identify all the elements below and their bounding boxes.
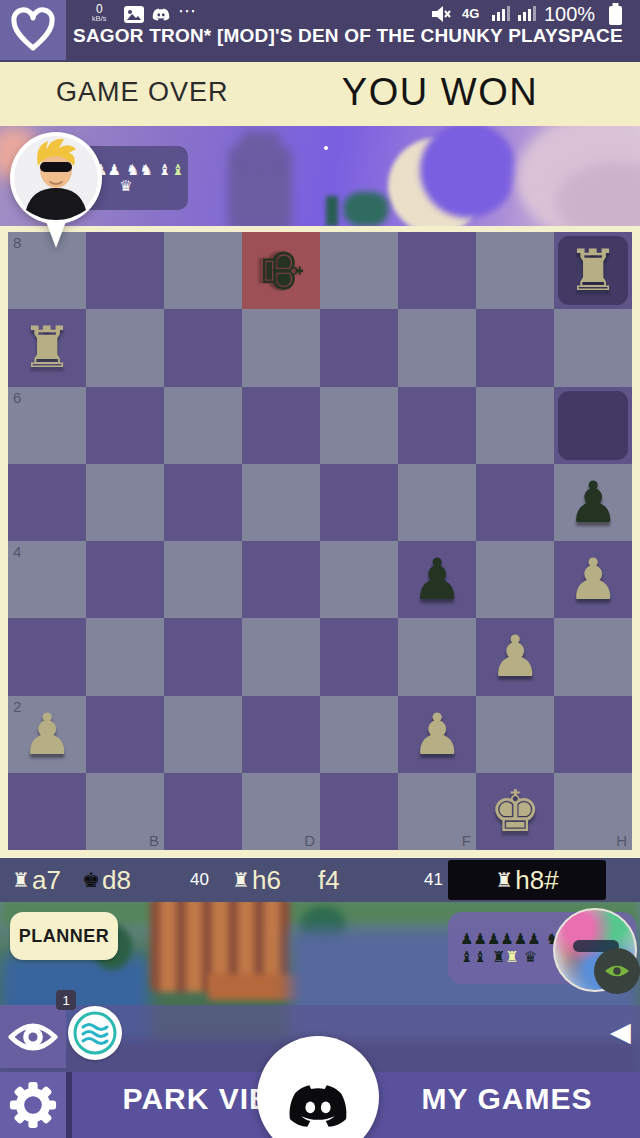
move-text: 40 bbox=[190, 870, 209, 890]
captured-piece: ♟ bbox=[108, 163, 121, 178]
captured-pieces-row: ♛ bbox=[119, 179, 132, 194]
settings-button[interactable] bbox=[0, 1072, 66, 1138]
captured-piece: ♝ bbox=[460, 950, 473, 965]
captured-piece: ♟ bbox=[527, 932, 540, 947]
move-entry[interactable]: ♜h8# bbox=[495, 858, 558, 902]
move-number[interactable]: 41 bbox=[424, 858, 443, 902]
square-c8[interactable] bbox=[164, 232, 242, 309]
castle-tower-top bbox=[240, 132, 280, 162]
square-g2[interactable] bbox=[476, 696, 554, 773]
captured-piece: ♛ bbox=[524, 950, 537, 965]
square-e7[interactable] bbox=[320, 309, 398, 386]
captured-piece: ♟ bbox=[500, 932, 513, 947]
white-pawn: ♟ bbox=[398, 696, 476, 773]
rank-label: 6 bbox=[13, 389, 21, 406]
square-d5[interactable] bbox=[242, 464, 320, 541]
square-g5[interactable] bbox=[476, 464, 554, 541]
square-c4[interactable] bbox=[164, 541, 242, 618]
notification-badge: 1 bbox=[56, 990, 76, 1010]
square-e2[interactable] bbox=[320, 696, 398, 773]
square-h3[interactable] bbox=[554, 618, 632, 695]
square-b2[interactable] bbox=[86, 696, 164, 773]
move-text: h6 bbox=[252, 865, 281, 896]
square-g8[interactable] bbox=[476, 232, 554, 309]
square-f6[interactable] bbox=[398, 387, 476, 464]
square-a6[interactable]: 6 bbox=[8, 387, 86, 464]
square-c2[interactable] bbox=[164, 696, 242, 773]
move-entry[interactable]: ♜a7 bbox=[12, 858, 61, 902]
square-g1[interactable]: ♚ bbox=[476, 773, 554, 850]
square-h6[interactable] bbox=[554, 387, 632, 464]
black-piece-icon: ♚ bbox=[82, 868, 100, 892]
square-d4[interactable] bbox=[242, 541, 320, 618]
black-pawn: ♟ bbox=[398, 541, 476, 618]
square-a4[interactable]: 4 bbox=[8, 541, 86, 618]
captured-piece: ♛ bbox=[119, 179, 132, 194]
square-h5[interactable]: ♟ bbox=[554, 464, 632, 541]
discord-icon bbox=[287, 1081, 349, 1128]
file-label: B bbox=[149, 832, 159, 849]
water-waves-button[interactable] bbox=[68, 1006, 122, 1060]
pine-tree bbox=[326, 196, 338, 226]
captured-piece: ♟ bbox=[460, 932, 473, 947]
square-b5[interactable] bbox=[86, 464, 164, 541]
eye-icon bbox=[602, 959, 632, 983]
square-g4[interactable] bbox=[476, 541, 554, 618]
square-d6[interactable] bbox=[242, 387, 320, 464]
last-move-highlight-box: ♜h8# bbox=[448, 860, 606, 900]
square-b7[interactable] bbox=[86, 309, 164, 386]
last-move-highlight bbox=[558, 391, 628, 460]
square-f3[interactable] bbox=[398, 618, 476, 695]
move-text: 41 bbox=[424, 870, 443, 890]
square-h8[interactable]: ♜ bbox=[554, 232, 632, 309]
move-list-bar: ♜h8# ♜a7♚d840♜h6f441 bbox=[0, 858, 640, 902]
square-c5[interactable] bbox=[164, 464, 242, 541]
eye-icon bbox=[8, 1020, 58, 1054]
square-c1[interactable] bbox=[164, 773, 242, 850]
spectate-button[interactable] bbox=[0, 1005, 66, 1068]
captured-piece: ♜ bbox=[492, 950, 505, 965]
white-pawn: ♟ bbox=[8, 696, 86, 773]
signal-icon bbox=[518, 5, 537, 25]
moon-shadow bbox=[420, 126, 516, 218]
square-d1[interactable]: D bbox=[242, 773, 320, 850]
square-d7[interactable] bbox=[242, 309, 320, 386]
heart-icon bbox=[9, 6, 57, 54]
captured-piece: ♝ bbox=[473, 950, 486, 965]
black-pawn: ♟ bbox=[554, 464, 632, 541]
square-a3[interactable] bbox=[8, 618, 86, 695]
captured-piece: ♝ bbox=[158, 163, 171, 178]
file-label: F bbox=[462, 832, 471, 849]
planner-button[interactable]: PLANNER bbox=[10, 912, 118, 960]
captured-piece: ♞ bbox=[126, 163, 139, 178]
white-piece-icon: ♜ bbox=[12, 868, 30, 892]
white-pawn: ♟ bbox=[476, 618, 554, 695]
opponent-avatar[interactable] bbox=[8, 130, 104, 256]
captured-piece: ♟ bbox=[473, 932, 486, 947]
network-type: 4G bbox=[462, 6, 479, 21]
move-text: f4 bbox=[318, 865, 340, 896]
square-a5[interactable] bbox=[8, 464, 86, 541]
room-title: SAGOR TRON* [MOD]'S DEN OF THE CHUNKY PL… bbox=[58, 25, 638, 47]
waves-icon bbox=[69, 1007, 121, 1059]
white-piece-icon: ♜ bbox=[495, 868, 513, 892]
white-piece-icon: ♜ bbox=[232, 868, 250, 892]
square-c6[interactable] bbox=[164, 387, 242, 464]
square-g6[interactable] bbox=[476, 387, 554, 464]
chess-board: 8♚♜♜6♟4♟♟♟2♟♟BDF♚H bbox=[8, 232, 632, 850]
captured-piece: ♟ bbox=[487, 932, 500, 947]
square-a7[interactable]: ♜ bbox=[8, 309, 86, 386]
result-label: YOU WON bbox=[330, 71, 550, 114]
move-entry[interactable]: ♜h6 bbox=[232, 858, 281, 902]
white-rook: ♜ bbox=[8, 309, 86, 386]
captured-piece: ♟ bbox=[514, 932, 527, 947]
square-b6[interactable] bbox=[86, 387, 164, 464]
app-root: 1:35 0 kB/s ⋯ 4G 100% SAGOR TRON* [MOD]'… bbox=[0, 0, 640, 1138]
captured-piece: ♝ bbox=[171, 163, 184, 178]
square-e6[interactable] bbox=[320, 387, 398, 464]
move-number[interactable]: 40 bbox=[190, 858, 209, 902]
spectator-eye-badge bbox=[594, 948, 640, 994]
move-entry[interactable]: ♚d8 bbox=[82, 858, 131, 902]
square-f5[interactable] bbox=[398, 464, 476, 541]
square-f2[interactable]: ♟ bbox=[398, 696, 476, 773]
square-b4[interactable] bbox=[86, 541, 164, 618]
square-c7[interactable] bbox=[164, 309, 242, 386]
game-over-label: GAME OVER bbox=[56, 77, 229, 108]
square-f8[interactable] bbox=[398, 232, 476, 309]
collapse-arrow-button[interactable]: ◀ bbox=[610, 1016, 631, 1047]
black-king: ♚ bbox=[242, 232, 319, 310]
square-h1[interactable]: H bbox=[554, 773, 632, 850]
move-text: a7 bbox=[32, 865, 61, 896]
signal-icon bbox=[492, 5, 511, 25]
gallery-icon bbox=[124, 6, 144, 27]
square-b1[interactable]: B bbox=[86, 773, 164, 850]
gear-icon bbox=[9, 1081, 57, 1129]
white-pawn: ♟ bbox=[554, 541, 632, 618]
square-h7[interactable] bbox=[554, 309, 632, 386]
square-f4[interactable]: ♟ bbox=[398, 541, 476, 618]
square-h4[interactable]: ♟ bbox=[554, 541, 632, 618]
battery-percent: 100% bbox=[544, 3, 595, 26]
file-label: D bbox=[304, 832, 315, 849]
network-speed: 0 kB/s bbox=[92, 3, 107, 23]
square-b3[interactable] bbox=[86, 618, 164, 695]
bush bbox=[344, 192, 388, 226]
move-text: d8 bbox=[102, 865, 131, 896]
square-h2[interactable] bbox=[554, 696, 632, 773]
white-rook: ♜ bbox=[554, 232, 632, 309]
square-f1[interactable]: F bbox=[398, 773, 476, 850]
square-d3[interactable] bbox=[242, 618, 320, 695]
discord-notification-icon bbox=[152, 7, 170, 25]
square-e3[interactable] bbox=[320, 618, 398, 695]
net-up-unit: kB/s bbox=[92, 15, 107, 23]
white-king: ♚ bbox=[476, 773, 554, 850]
chess-board-frame: 8♚♜♜6♟4♟♟♟2♟♟BDF♚H bbox=[0, 226, 640, 858]
square-f7[interactable] bbox=[398, 309, 476, 386]
square-g7[interactable] bbox=[476, 309, 554, 386]
square-e8[interactable] bbox=[320, 232, 398, 309]
rank-label: 4 bbox=[13, 543, 21, 560]
square-c3[interactable] bbox=[164, 618, 242, 695]
square-d2[interactable] bbox=[242, 696, 320, 773]
move-entry[interactable]: f4 bbox=[318, 858, 340, 902]
star bbox=[324, 146, 328, 150]
square-e1[interactable] bbox=[320, 773, 398, 850]
favorite-heart-button[interactable] bbox=[0, 0, 66, 60]
square-g3[interactable]: ♟ bbox=[476, 618, 554, 695]
square-e4[interactable] bbox=[320, 541, 398, 618]
file-label: H bbox=[616, 832, 627, 849]
captured-piece: ♞ bbox=[139, 163, 152, 178]
square-a2[interactable]: 2♟ bbox=[8, 696, 86, 773]
square-a1[interactable] bbox=[8, 773, 86, 850]
title-bar: 1:35 0 kB/s ⋯ 4G 100% SAGOR TRON* [MOD]'… bbox=[0, 0, 640, 62]
move-text: h8# bbox=[515, 865, 558, 896]
square-d8[interactable]: ♚ bbox=[242, 232, 320, 309]
square-e5[interactable] bbox=[320, 464, 398, 541]
result-banner: GAME OVER YOU WON bbox=[0, 62, 640, 126]
overflow-dots-icon: ⋯ bbox=[178, 0, 196, 22]
tab-my-games[interactable]: MY GAMES bbox=[378, 1082, 636, 1116]
captured-piece: ♜ bbox=[505, 950, 518, 965]
